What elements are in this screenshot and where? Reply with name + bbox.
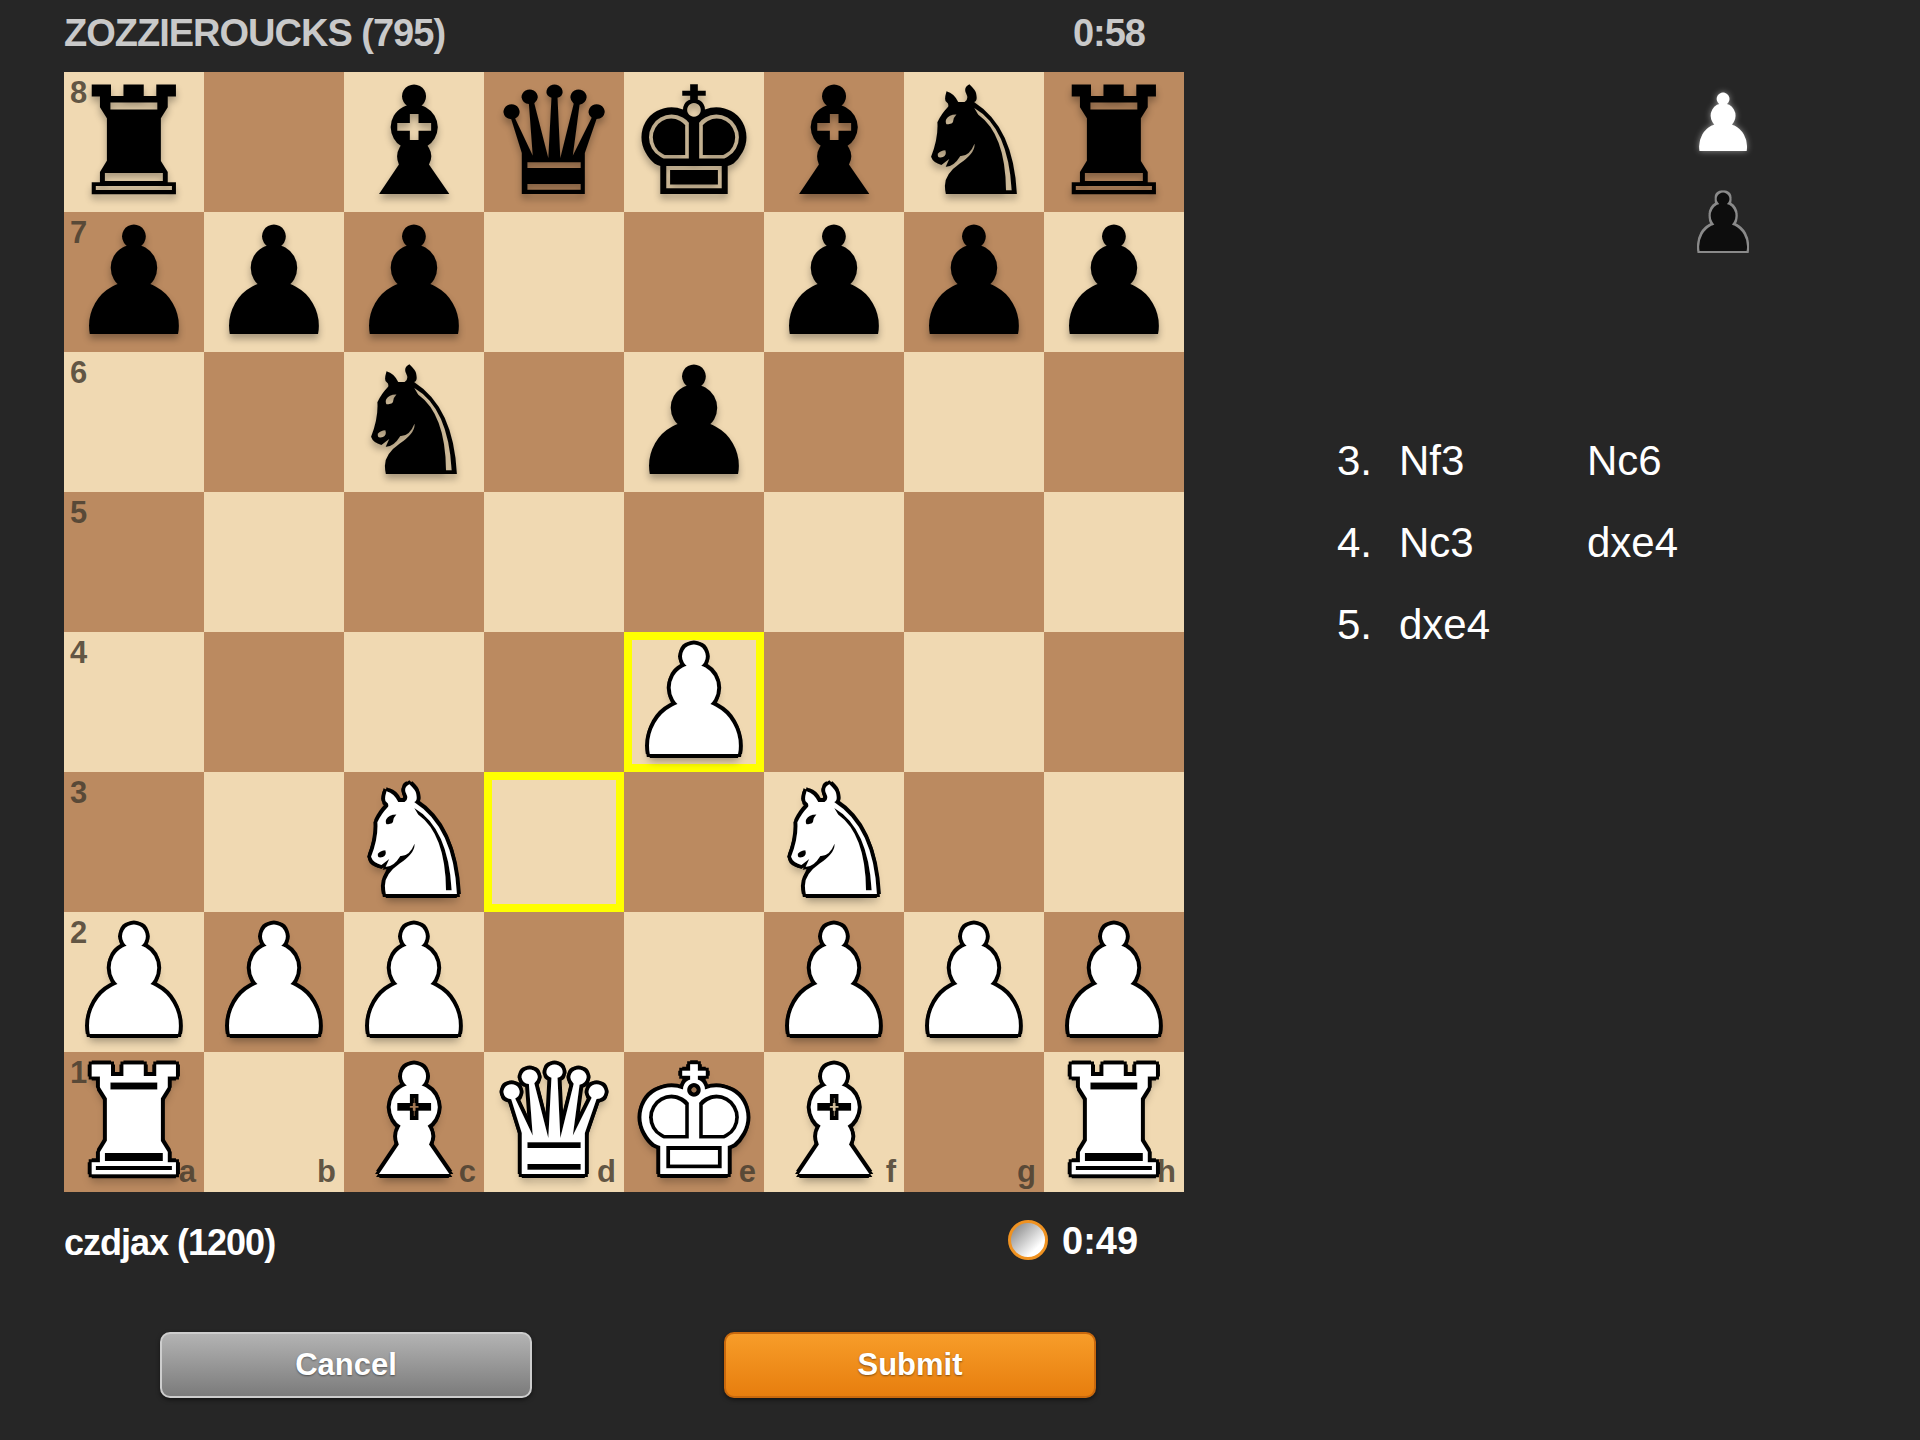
- white-bishop-f1[interactable]: ♝︎: [764, 1052, 904, 1192]
- square-d4[interactable]: [484, 632, 624, 772]
- square-c1[interactable]: c♝︎: [344, 1052, 484, 1192]
- file-label-g: g: [1017, 1156, 1036, 1187]
- square-f2[interactable]: ♟︎: [764, 912, 904, 1052]
- black-pawn-f7[interactable]: ♟︎: [764, 212, 904, 352]
- move-number: 4.: [1337, 519, 1399, 567]
- square-e2[interactable]: [624, 912, 764, 1052]
- white-rook-a1[interactable]: ♜︎: [64, 1052, 204, 1192]
- square-g4[interactable]: [904, 632, 1044, 772]
- move-number: 3.: [1337, 437, 1399, 485]
- square-a1[interactable]: 1a♜︎: [64, 1052, 204, 1192]
- submit-button[interactable]: Submit: [724, 1332, 1096, 1398]
- white-rook-h1[interactable]: ♜︎: [1044, 1052, 1184, 1192]
- square-h8[interactable]: ♜︎: [1044, 72, 1184, 212]
- square-a2[interactable]: 2♟︎: [64, 912, 204, 1052]
- square-e3[interactable]: [624, 772, 764, 912]
- square-h1[interactable]: h♜︎: [1044, 1052, 1184, 1192]
- black-queen-d8[interactable]: ♛︎: [484, 72, 624, 212]
- square-f7[interactable]: ♟︎: [764, 212, 904, 352]
- move-number: 5.: [1337, 601, 1399, 649]
- square-c5[interactable]: [344, 492, 484, 632]
- opponent-name: ZOZZIEROUCKS (795): [64, 12, 445, 55]
- opponent-clock: 0:58: [950, 12, 1145, 55]
- square-a3[interactable]: 3: [64, 772, 204, 912]
- white-pawn-c2[interactable]: ♟︎: [344, 912, 484, 1052]
- move-list: 3.Nf3Nc64.Nc3dxe45.dxe4: [1337, 420, 1678, 666]
- square-f3[interactable]: ♞︎: [764, 772, 904, 912]
- square-g6[interactable]: [904, 352, 1044, 492]
- square-h5[interactable]: [1044, 492, 1184, 632]
- white-move: Nc3: [1399, 519, 1587, 567]
- square-c8[interactable]: ♝︎: [344, 72, 484, 212]
- square-h4[interactable]: [1044, 632, 1184, 772]
- file-label-b: b: [317, 1156, 336, 1187]
- square-e6[interactable]: ♟︎: [624, 352, 764, 492]
- square-d3[interactable]: [484, 772, 624, 912]
- square-h2[interactable]: ♟︎: [1044, 912, 1184, 1052]
- rank-label-3: 3: [70, 777, 87, 808]
- white-queen-d1[interactable]: ♛︎: [484, 1052, 624, 1192]
- square-c4[interactable]: [344, 632, 484, 772]
- square-h6[interactable]: [1044, 352, 1184, 492]
- white-knight-c3[interactable]: ♞︎: [344, 772, 484, 912]
- square-b1[interactable]: b: [204, 1052, 344, 1192]
- square-b6[interactable]: [204, 352, 344, 492]
- square-g5[interactable]: [904, 492, 1044, 632]
- square-f8[interactable]: ♝︎: [764, 72, 904, 212]
- black-rook-h8[interactable]: ♜︎: [1044, 72, 1184, 212]
- square-c6[interactable]: ♞︎: [344, 352, 484, 492]
- black-pawn-b7[interactable]: ♟︎: [204, 212, 344, 352]
- black-bishop-f8[interactable]: ♝︎: [764, 72, 904, 212]
- rank-label-4: 4: [70, 637, 87, 668]
- square-b4[interactable]: [204, 632, 344, 772]
- player-name: czdjax (1200): [64, 1222, 275, 1264]
- cancel-button[interactable]: Cancel: [160, 1332, 532, 1398]
- rank-label-6: 6: [70, 357, 87, 388]
- square-d1[interactable]: d♛︎: [484, 1052, 624, 1192]
- black-pawn-c7[interactable]: ♟︎: [344, 212, 484, 352]
- square-b3[interactable]: [204, 772, 344, 912]
- black-pawn-e6[interactable]: ♟︎: [624, 352, 764, 492]
- square-e5[interactable]: [624, 492, 764, 632]
- white-move: dxe4: [1399, 601, 1587, 649]
- square-d8[interactable]: ♛︎: [484, 72, 624, 212]
- white-knight-f3[interactable]: ♞︎: [764, 772, 904, 912]
- white-pawn-f2[interactable]: ♟︎: [764, 912, 904, 1052]
- square-c7[interactable]: ♟︎: [344, 212, 484, 352]
- square-b2[interactable]: ♟︎: [204, 912, 344, 1052]
- square-d5[interactable]: [484, 492, 624, 632]
- white-bishop-c1[interactable]: ♝︎: [344, 1052, 484, 1192]
- clock-icon: [1008, 1220, 1048, 1260]
- square-d7[interactable]: [484, 212, 624, 352]
- black-king-e8[interactable]: ♚︎: [624, 72, 764, 212]
- rank-label-5: 5: [70, 497, 87, 528]
- square-g3[interactable]: [904, 772, 1044, 912]
- square-a7[interactable]: 7♟︎: [64, 212, 204, 352]
- black-bishop-c8[interactable]: ♝︎: [344, 72, 484, 212]
- white-pawn-a2[interactable]: ♟︎: [64, 912, 204, 1052]
- black-pawn-a7[interactable]: ♟︎: [64, 212, 204, 352]
- white-king-e1[interactable]: ♚︎: [624, 1052, 764, 1192]
- black-rook-a8[interactable]: ♜︎: [64, 72, 204, 212]
- white-pawn-h2[interactable]: ♟︎: [1044, 912, 1184, 1052]
- move-row: 4.Nc3dxe4: [1337, 502, 1678, 584]
- move-row: 5.dxe4: [1337, 584, 1678, 666]
- square-c3[interactable]: ♞︎: [344, 772, 484, 912]
- black-move: dxe4: [1587, 519, 1678, 567]
- square-f1[interactable]: f♝︎: [764, 1052, 904, 1192]
- square-d6[interactable]: [484, 352, 624, 492]
- square-g2[interactable]: ♟︎: [904, 912, 1044, 1052]
- white-pawn-b2[interactable]: ♟︎: [204, 912, 344, 1052]
- move-row: 3.Nf3Nc6: [1337, 420, 1678, 502]
- square-f4[interactable]: [764, 632, 904, 772]
- white-move: Nf3: [1399, 437, 1587, 485]
- square-c2[interactable]: ♟︎: [344, 912, 484, 1052]
- square-a5[interactable]: 5: [64, 492, 204, 632]
- chess-board: 8♜︎♝︎♛︎♚︎♝︎♞︎♜︎7♟︎♟︎♟︎♟︎♟︎♟︎6♞︎♟︎54♟︎3♞︎…: [64, 72, 1184, 1192]
- white-pawn-e4[interactable]: ♟︎: [624, 632, 764, 772]
- square-g8[interactable]: ♞︎: [904, 72, 1044, 212]
- white-pawn-g2[interactable]: ♟︎: [904, 912, 1044, 1052]
- captured-black-pawn-icon: ♟︎: [1678, 184, 1768, 264]
- square-f6[interactable]: [764, 352, 904, 492]
- square-e1[interactable]: e♚︎: [624, 1052, 764, 1192]
- square-e8[interactable]: ♚︎: [624, 72, 764, 212]
- square-e4[interactable]: ♟︎: [624, 632, 764, 772]
- square-b5[interactable]: [204, 492, 344, 632]
- square-h3[interactable]: [1044, 772, 1184, 912]
- black-move: Nc6: [1587, 437, 1662, 485]
- square-h7[interactable]: ♟︎: [1044, 212, 1184, 352]
- black-pawn-h7[interactable]: ♟︎: [1044, 212, 1184, 352]
- black-knight-g8[interactable]: ♞︎: [904, 72, 1044, 212]
- square-a4[interactable]: 4: [64, 632, 204, 772]
- black-pawn-g7[interactable]: ♟︎: [904, 212, 1044, 352]
- square-f5[interactable]: [764, 492, 904, 632]
- square-a6[interactable]: 6: [64, 352, 204, 492]
- square-b8[interactable]: [204, 72, 344, 212]
- square-e7[interactable]: [624, 212, 764, 352]
- square-g1[interactable]: g: [904, 1052, 1044, 1192]
- black-knight-c6[interactable]: ♞︎: [344, 352, 484, 492]
- square-g7[interactable]: ♟︎: [904, 212, 1044, 352]
- captured-white-pawn-icon: ♟︎: [1678, 84, 1768, 164]
- square-d2[interactable]: [484, 912, 624, 1052]
- square-b7[interactable]: ♟︎: [204, 212, 344, 352]
- player-clock: 0:49: [1062, 1220, 1138, 1263]
- square-a8[interactable]: 8♜︎: [64, 72, 204, 212]
